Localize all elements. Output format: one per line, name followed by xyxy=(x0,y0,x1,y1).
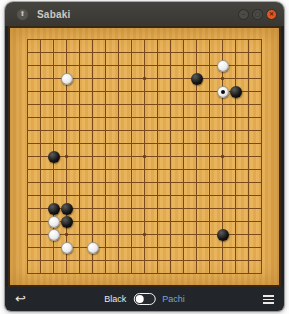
stone-white-C5 xyxy=(48,216,60,228)
app-icon: ⬆ xyxy=(17,9,28,20)
star-point xyxy=(143,155,146,158)
stone-white-Q15 xyxy=(217,86,229,98)
stone-white-D16 xyxy=(61,73,73,85)
window-controls: – ▢ ✕ xyxy=(238,9,277,20)
player-bar: Black Pachi xyxy=(104,287,185,311)
star-point xyxy=(65,155,68,158)
stone-white-Q17 xyxy=(217,60,229,72)
maximize-button[interactable]: ▢ xyxy=(252,9,263,20)
goban xyxy=(8,26,281,287)
stone-black-R15 xyxy=(230,86,242,98)
star-point xyxy=(143,233,146,236)
black-player-name[interactable]: Black xyxy=(104,294,126,304)
stone-white-C4 xyxy=(48,229,60,241)
star-point xyxy=(221,77,224,80)
color-swap-toggle[interactable] xyxy=(133,293,155,305)
goban-grid[interactable] xyxy=(21,33,268,280)
stone-black-D6 xyxy=(61,203,73,215)
toggle-knob xyxy=(135,295,143,303)
desktop-background: ⬆ Sabaki – ▢ ✕ ↩ Black Pachi xyxy=(0,0,289,314)
play-bar: ↩ Black Pachi xyxy=(5,287,284,311)
board-area xyxy=(5,26,284,287)
window-title: Sabaki xyxy=(37,9,70,20)
stone-black-D5 xyxy=(61,216,73,228)
white-player-name[interactable]: Pachi xyxy=(162,294,185,304)
stone-black-C6 xyxy=(48,203,60,215)
star-point xyxy=(143,77,146,80)
stone-white-D3 xyxy=(61,242,73,254)
title-bar[interactable]: ⬆ Sabaki – ▢ ✕ xyxy=(5,2,284,26)
stone-white-F3 xyxy=(87,242,99,254)
stone-black-O16 xyxy=(191,73,203,85)
stone-black-C10 xyxy=(48,151,60,163)
stone-black-Q4 xyxy=(217,229,229,241)
star-point xyxy=(221,155,224,158)
minimize-button[interactable]: – xyxy=(238,9,249,20)
menu-icon[interactable] xyxy=(263,295,274,304)
close-button[interactable]: ✕ xyxy=(266,9,277,20)
last-move-marker xyxy=(221,90,225,94)
undo-icon[interactable]: ↩ xyxy=(15,292,26,305)
star-point xyxy=(65,233,68,236)
sabaki-window: ⬆ Sabaki – ▢ ✕ ↩ Black Pachi xyxy=(5,2,284,311)
